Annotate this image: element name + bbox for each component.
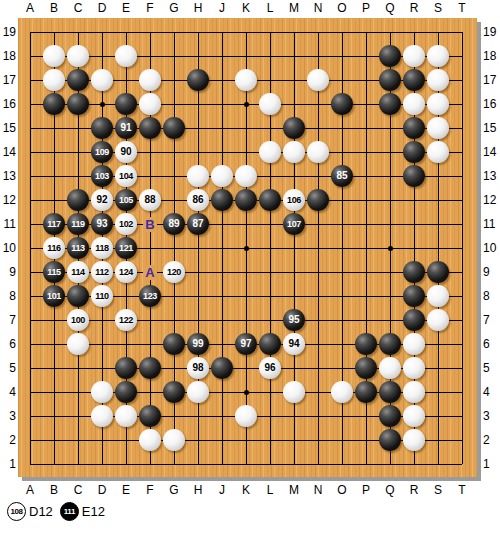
intersection-C8[interactable] bbox=[66, 284, 90, 308]
intersection-P12[interactable] bbox=[354, 188, 378, 212]
intersection-C2[interactable] bbox=[66, 428, 90, 452]
intersection-N15[interactable] bbox=[306, 116, 330, 140]
intersection-F2[interactable] bbox=[138, 428, 162, 452]
intersection-S16[interactable] bbox=[426, 92, 450, 116]
intersection-T7[interactable] bbox=[450, 308, 474, 332]
intersection-T16[interactable] bbox=[450, 92, 474, 116]
intersection-F18[interactable] bbox=[138, 44, 162, 68]
intersection-B11[interactable] bbox=[42, 212, 66, 236]
intersection-E18[interactable] bbox=[114, 44, 138, 68]
intersection-D17[interactable] bbox=[90, 68, 114, 92]
intersection-Q13[interactable] bbox=[378, 164, 402, 188]
intersection-G5[interactable] bbox=[162, 356, 186, 380]
intersection-R18[interactable] bbox=[402, 44, 426, 68]
intersection-K19[interactable] bbox=[234, 20, 258, 44]
intersection-P18[interactable] bbox=[354, 44, 378, 68]
intersection-F3[interactable] bbox=[138, 404, 162, 428]
intersection-T15[interactable] bbox=[450, 116, 474, 140]
intersection-Q4[interactable] bbox=[378, 380, 402, 404]
intersection-N17[interactable] bbox=[306, 68, 330, 92]
intersection-K13[interactable] bbox=[234, 164, 258, 188]
intersection-L8[interactable] bbox=[258, 284, 282, 308]
intersection-J6[interactable] bbox=[210, 332, 234, 356]
intersection-Q1[interactable] bbox=[378, 452, 402, 476]
intersection-M2[interactable] bbox=[282, 428, 306, 452]
intersection-C18[interactable] bbox=[66, 44, 90, 68]
intersection-F6[interactable] bbox=[138, 332, 162, 356]
intersection-N11[interactable] bbox=[306, 212, 330, 236]
intersection-T2[interactable] bbox=[450, 428, 474, 452]
intersection-M18[interactable] bbox=[282, 44, 306, 68]
intersection-Q9[interactable] bbox=[378, 260, 402, 284]
intersection-J5[interactable] bbox=[210, 356, 234, 380]
intersection-S4[interactable] bbox=[426, 380, 450, 404]
intersection-C15[interactable] bbox=[66, 116, 90, 140]
intersection-M8[interactable] bbox=[282, 284, 306, 308]
intersection-O5[interactable] bbox=[330, 356, 354, 380]
intersection-J12[interactable] bbox=[210, 188, 234, 212]
intersection-J3[interactable] bbox=[210, 404, 234, 428]
intersection-T6[interactable] bbox=[450, 332, 474, 356]
intersection-K12[interactable] bbox=[234, 188, 258, 212]
intersection-Q17[interactable] bbox=[378, 68, 402, 92]
intersection-F17[interactable] bbox=[138, 68, 162, 92]
intersection-C1[interactable] bbox=[66, 452, 90, 476]
intersection-A18[interactable] bbox=[18, 44, 42, 68]
intersection-R7[interactable] bbox=[402, 308, 426, 332]
intersection-O14[interactable] bbox=[330, 140, 354, 164]
intersection-E19[interactable] bbox=[114, 20, 138, 44]
intersection-T9[interactable] bbox=[450, 260, 474, 284]
intersection-F9[interactable] bbox=[138, 260, 162, 284]
intersection-D1[interactable] bbox=[90, 452, 114, 476]
intersection-H17[interactable] bbox=[186, 68, 210, 92]
intersection-P11[interactable] bbox=[354, 212, 378, 236]
intersection-O3[interactable] bbox=[330, 404, 354, 428]
intersection-R3[interactable] bbox=[402, 404, 426, 428]
intersection-P15[interactable] bbox=[354, 116, 378, 140]
intersection-J13[interactable] bbox=[210, 164, 234, 188]
intersection-K6[interactable] bbox=[234, 332, 258, 356]
intersection-G16[interactable] bbox=[162, 92, 186, 116]
intersection-J7[interactable] bbox=[210, 308, 234, 332]
intersection-S8[interactable] bbox=[426, 284, 450, 308]
intersection-L11[interactable] bbox=[258, 212, 282, 236]
intersection-H1[interactable] bbox=[186, 452, 210, 476]
intersection-C11[interactable] bbox=[66, 212, 90, 236]
intersection-E12[interactable] bbox=[114, 188, 138, 212]
intersection-N7[interactable] bbox=[306, 308, 330, 332]
intersection-A16[interactable] bbox=[18, 92, 42, 116]
intersection-O4[interactable] bbox=[330, 380, 354, 404]
intersection-A8[interactable] bbox=[18, 284, 42, 308]
intersection-J19[interactable] bbox=[210, 20, 234, 44]
intersection-E5[interactable] bbox=[114, 356, 138, 380]
intersection-N14[interactable] bbox=[306, 140, 330, 164]
intersection-L6[interactable] bbox=[258, 332, 282, 356]
intersection-T10[interactable] bbox=[450, 236, 474, 260]
intersection-H16[interactable] bbox=[186, 92, 210, 116]
intersection-D10[interactable] bbox=[90, 236, 114, 260]
intersection-F15[interactable] bbox=[138, 116, 162, 140]
intersection-T12[interactable] bbox=[450, 188, 474, 212]
intersection-D9[interactable] bbox=[90, 260, 114, 284]
intersection-S18[interactable] bbox=[426, 44, 450, 68]
intersection-J2[interactable] bbox=[210, 428, 234, 452]
intersection-M19[interactable] bbox=[282, 20, 306, 44]
intersection-A2[interactable] bbox=[18, 428, 42, 452]
intersection-D4[interactable] bbox=[90, 380, 114, 404]
intersection-D8[interactable] bbox=[90, 284, 114, 308]
intersection-P17[interactable] bbox=[354, 68, 378, 92]
intersection-H11[interactable] bbox=[186, 212, 210, 236]
intersection-F4[interactable] bbox=[138, 380, 162, 404]
intersection-G7[interactable] bbox=[162, 308, 186, 332]
intersection-T5[interactable] bbox=[450, 356, 474, 380]
intersection-S17[interactable] bbox=[426, 68, 450, 92]
intersection-K2[interactable] bbox=[234, 428, 258, 452]
intersection-C5[interactable] bbox=[66, 356, 90, 380]
intersection-O6[interactable] bbox=[330, 332, 354, 356]
intersection-A15[interactable] bbox=[18, 116, 42, 140]
intersection-E2[interactable] bbox=[114, 428, 138, 452]
intersection-S15[interactable] bbox=[426, 116, 450, 140]
intersection-K18[interactable] bbox=[234, 44, 258, 68]
intersection-H15[interactable] bbox=[186, 116, 210, 140]
intersection-Q7[interactable] bbox=[378, 308, 402, 332]
intersection-E9[interactable] bbox=[114, 260, 138, 284]
intersection-C17[interactable] bbox=[66, 68, 90, 92]
intersection-L19[interactable] bbox=[258, 20, 282, 44]
intersection-A3[interactable] bbox=[18, 404, 42, 428]
intersection-O9[interactable] bbox=[330, 260, 354, 284]
intersection-B4[interactable] bbox=[42, 380, 66, 404]
intersection-R12[interactable] bbox=[402, 188, 426, 212]
intersection-O12[interactable] bbox=[330, 188, 354, 212]
intersection-B1[interactable] bbox=[42, 452, 66, 476]
intersection-F1[interactable] bbox=[138, 452, 162, 476]
intersection-O1[interactable] bbox=[330, 452, 354, 476]
intersection-R4[interactable] bbox=[402, 380, 426, 404]
intersection-T4[interactable] bbox=[450, 380, 474, 404]
intersection-L9[interactable] bbox=[258, 260, 282, 284]
intersection-H5[interactable] bbox=[186, 356, 210, 380]
intersection-K17[interactable] bbox=[234, 68, 258, 92]
intersection-R14[interactable] bbox=[402, 140, 426, 164]
intersection-M13[interactable] bbox=[282, 164, 306, 188]
intersection-K9[interactable] bbox=[234, 260, 258, 284]
intersection-A19[interactable] bbox=[18, 20, 42, 44]
intersection-L1[interactable] bbox=[258, 452, 282, 476]
intersection-N2[interactable] bbox=[306, 428, 330, 452]
intersection-M5[interactable] bbox=[282, 356, 306, 380]
intersection-B14[interactable] bbox=[42, 140, 66, 164]
intersection-Q15[interactable] bbox=[378, 116, 402, 140]
intersection-J14[interactable] bbox=[210, 140, 234, 164]
intersection-P16[interactable] bbox=[354, 92, 378, 116]
intersection-O15[interactable] bbox=[330, 116, 354, 140]
intersection-P7[interactable] bbox=[354, 308, 378, 332]
intersection-S13[interactable] bbox=[426, 164, 450, 188]
intersection-T3[interactable] bbox=[450, 404, 474, 428]
intersection-K3[interactable] bbox=[234, 404, 258, 428]
intersection-B9[interactable] bbox=[42, 260, 66, 284]
intersection-L14[interactable] bbox=[258, 140, 282, 164]
intersection-S6[interactable] bbox=[426, 332, 450, 356]
intersection-T11[interactable] bbox=[450, 212, 474, 236]
intersection-D15[interactable] bbox=[90, 116, 114, 140]
intersection-K16[interactable] bbox=[234, 92, 258, 116]
intersection-J9[interactable] bbox=[210, 260, 234, 284]
intersection-J18[interactable] bbox=[210, 44, 234, 68]
intersection-T17[interactable] bbox=[450, 68, 474, 92]
intersection-C19[interactable] bbox=[66, 20, 90, 44]
intersection-M9[interactable] bbox=[282, 260, 306, 284]
intersection-A4[interactable] bbox=[18, 380, 42, 404]
intersection-A9[interactable] bbox=[18, 260, 42, 284]
intersection-R9[interactable] bbox=[402, 260, 426, 284]
intersection-M16[interactable] bbox=[282, 92, 306, 116]
intersection-D6[interactable] bbox=[90, 332, 114, 356]
intersection-H7[interactable] bbox=[186, 308, 210, 332]
intersection-M7[interactable] bbox=[282, 308, 306, 332]
intersection-G1[interactable] bbox=[162, 452, 186, 476]
intersection-L17[interactable] bbox=[258, 68, 282, 92]
intersection-H3[interactable] bbox=[186, 404, 210, 428]
intersection-P14[interactable] bbox=[354, 140, 378, 164]
intersection-L7[interactable] bbox=[258, 308, 282, 332]
intersection-P3[interactable] bbox=[354, 404, 378, 428]
intersection-R6[interactable] bbox=[402, 332, 426, 356]
intersection-Q10[interactable] bbox=[378, 236, 402, 260]
intersection-P5[interactable] bbox=[354, 356, 378, 380]
intersection-F14[interactable] bbox=[138, 140, 162, 164]
intersection-T18[interactable] bbox=[450, 44, 474, 68]
intersection-H8[interactable] bbox=[186, 284, 210, 308]
intersection-H4[interactable] bbox=[186, 380, 210, 404]
intersection-E4[interactable] bbox=[114, 380, 138, 404]
intersection-J11[interactable] bbox=[210, 212, 234, 236]
intersection-D19[interactable] bbox=[90, 20, 114, 44]
intersection-B10[interactable] bbox=[42, 236, 66, 260]
intersection-E3[interactable] bbox=[114, 404, 138, 428]
intersection-N1[interactable] bbox=[306, 452, 330, 476]
intersection-O10[interactable] bbox=[330, 236, 354, 260]
intersection-A11[interactable] bbox=[18, 212, 42, 236]
intersection-N16[interactable] bbox=[306, 92, 330, 116]
intersection-G12[interactable] bbox=[162, 188, 186, 212]
intersection-M6[interactable] bbox=[282, 332, 306, 356]
intersection-N4[interactable] bbox=[306, 380, 330, 404]
intersection-C12[interactable] bbox=[66, 188, 90, 212]
intersection-L3[interactable] bbox=[258, 404, 282, 428]
intersection-M4[interactable] bbox=[282, 380, 306, 404]
intersection-L13[interactable] bbox=[258, 164, 282, 188]
intersection-G14[interactable] bbox=[162, 140, 186, 164]
intersection-F11[interactable] bbox=[138, 212, 162, 236]
intersection-O18[interactable] bbox=[330, 44, 354, 68]
intersection-C10[interactable] bbox=[66, 236, 90, 260]
intersection-B16[interactable] bbox=[42, 92, 66, 116]
intersection-F16[interactable] bbox=[138, 92, 162, 116]
intersection-R5[interactable] bbox=[402, 356, 426, 380]
intersection-B17[interactable] bbox=[42, 68, 66, 92]
intersection-M10[interactable] bbox=[282, 236, 306, 260]
intersection-S2[interactable] bbox=[426, 428, 450, 452]
intersection-R17[interactable] bbox=[402, 68, 426, 92]
intersection-P6[interactable] bbox=[354, 332, 378, 356]
intersection-P2[interactable] bbox=[354, 428, 378, 452]
intersection-C3[interactable] bbox=[66, 404, 90, 428]
intersection-G18[interactable] bbox=[162, 44, 186, 68]
intersection-R10[interactable] bbox=[402, 236, 426, 260]
intersection-H2[interactable] bbox=[186, 428, 210, 452]
intersection-L5[interactable] bbox=[258, 356, 282, 380]
intersection-E16[interactable] bbox=[114, 92, 138, 116]
intersection-N13[interactable] bbox=[306, 164, 330, 188]
intersection-A14[interactable] bbox=[18, 140, 42, 164]
intersection-G10[interactable] bbox=[162, 236, 186, 260]
intersection-H12[interactable] bbox=[186, 188, 210, 212]
intersection-L18[interactable] bbox=[258, 44, 282, 68]
intersection-O2[interactable] bbox=[330, 428, 354, 452]
intersection-Q8[interactable] bbox=[378, 284, 402, 308]
intersection-M17[interactable] bbox=[282, 68, 306, 92]
intersection-P4[interactable] bbox=[354, 380, 378, 404]
intersection-P1[interactable] bbox=[354, 452, 378, 476]
intersection-N19[interactable] bbox=[306, 20, 330, 44]
intersection-O11[interactable] bbox=[330, 212, 354, 236]
intersection-G9[interactable] bbox=[162, 260, 186, 284]
intersection-D7[interactable] bbox=[90, 308, 114, 332]
intersection-H14[interactable] bbox=[186, 140, 210, 164]
intersection-R19[interactable] bbox=[402, 20, 426, 44]
intersection-A7[interactable] bbox=[18, 308, 42, 332]
intersection-R16[interactable] bbox=[402, 92, 426, 116]
intersection-M14[interactable] bbox=[282, 140, 306, 164]
intersection-A13[interactable] bbox=[18, 164, 42, 188]
intersection-G11[interactable] bbox=[162, 212, 186, 236]
intersection-A5[interactable] bbox=[18, 356, 42, 380]
intersection-E13[interactable] bbox=[114, 164, 138, 188]
intersection-S11[interactable] bbox=[426, 212, 450, 236]
intersection-H6[interactable] bbox=[186, 332, 210, 356]
intersection-F5[interactable] bbox=[138, 356, 162, 380]
intersection-A17[interactable] bbox=[18, 68, 42, 92]
intersection-P8[interactable] bbox=[354, 284, 378, 308]
intersection-B8[interactable] bbox=[42, 284, 66, 308]
intersection-F12[interactable] bbox=[138, 188, 162, 212]
intersection-C6[interactable] bbox=[66, 332, 90, 356]
intersection-F7[interactable] bbox=[138, 308, 162, 332]
intersection-D14[interactable] bbox=[90, 140, 114, 164]
intersection-O17[interactable] bbox=[330, 68, 354, 92]
intersection-D2[interactable] bbox=[90, 428, 114, 452]
intersection-K1[interactable] bbox=[234, 452, 258, 476]
intersection-L12[interactable] bbox=[258, 188, 282, 212]
intersection-N12[interactable] bbox=[306, 188, 330, 212]
intersection-J8[interactable] bbox=[210, 284, 234, 308]
intersection-E11[interactable] bbox=[114, 212, 138, 236]
intersection-K14[interactable] bbox=[234, 140, 258, 164]
intersection-C7[interactable] bbox=[66, 308, 90, 332]
intersection-O13[interactable] bbox=[330, 164, 354, 188]
intersection-G19[interactable] bbox=[162, 20, 186, 44]
intersection-K7[interactable] bbox=[234, 308, 258, 332]
intersection-B2[interactable] bbox=[42, 428, 66, 452]
intersection-G6[interactable] bbox=[162, 332, 186, 356]
intersection-D5[interactable] bbox=[90, 356, 114, 380]
intersection-F8[interactable] bbox=[138, 284, 162, 308]
intersection-C16[interactable] bbox=[66, 92, 90, 116]
intersection-F10[interactable] bbox=[138, 236, 162, 260]
intersection-A6[interactable] bbox=[18, 332, 42, 356]
intersection-B5[interactable] bbox=[42, 356, 66, 380]
intersection-Q19[interactable] bbox=[378, 20, 402, 44]
intersection-S19[interactable] bbox=[426, 20, 450, 44]
intersection-B7[interactable] bbox=[42, 308, 66, 332]
intersection-B12[interactable] bbox=[42, 188, 66, 212]
intersection-N8[interactable] bbox=[306, 284, 330, 308]
intersection-Q16[interactable] bbox=[378, 92, 402, 116]
intersection-D3[interactable] bbox=[90, 404, 114, 428]
intersection-R11[interactable] bbox=[402, 212, 426, 236]
intersection-K15[interactable] bbox=[234, 116, 258, 140]
intersection-R2[interactable] bbox=[402, 428, 426, 452]
intersection-M11[interactable] bbox=[282, 212, 306, 236]
intersection-Q3[interactable] bbox=[378, 404, 402, 428]
intersection-D13[interactable] bbox=[90, 164, 114, 188]
intersection-S5[interactable] bbox=[426, 356, 450, 380]
intersection-Q2[interactable] bbox=[378, 428, 402, 452]
intersection-A12[interactable] bbox=[18, 188, 42, 212]
intersection-J17[interactable] bbox=[210, 68, 234, 92]
intersection-M1[interactable] bbox=[282, 452, 306, 476]
intersection-G13[interactable] bbox=[162, 164, 186, 188]
intersection-A10[interactable] bbox=[18, 236, 42, 260]
intersection-O7[interactable] bbox=[330, 308, 354, 332]
intersection-N3[interactable] bbox=[306, 404, 330, 428]
intersection-H10[interactable] bbox=[186, 236, 210, 260]
intersection-H13[interactable] bbox=[186, 164, 210, 188]
intersection-J10[interactable] bbox=[210, 236, 234, 260]
intersection-N10[interactable] bbox=[306, 236, 330, 260]
intersection-P10[interactable] bbox=[354, 236, 378, 260]
intersection-B19[interactable] bbox=[42, 20, 66, 44]
intersection-H9[interactable] bbox=[186, 260, 210, 284]
intersection-P13[interactable] bbox=[354, 164, 378, 188]
intersection-M3[interactable] bbox=[282, 404, 306, 428]
intersection-E6[interactable] bbox=[114, 332, 138, 356]
intersection-J16[interactable] bbox=[210, 92, 234, 116]
intersection-G15[interactable] bbox=[162, 116, 186, 140]
intersection-B15[interactable] bbox=[42, 116, 66, 140]
intersection-R13[interactable] bbox=[402, 164, 426, 188]
intersection-O8[interactable] bbox=[330, 284, 354, 308]
intersection-Q11[interactable] bbox=[378, 212, 402, 236]
intersection-R15[interactable] bbox=[402, 116, 426, 140]
intersection-S14[interactable] bbox=[426, 140, 450, 164]
intersection-L10[interactable] bbox=[258, 236, 282, 260]
intersection-E14[interactable] bbox=[114, 140, 138, 164]
intersection-L16[interactable] bbox=[258, 92, 282, 116]
intersection-N6[interactable] bbox=[306, 332, 330, 356]
intersection-S7[interactable] bbox=[426, 308, 450, 332]
intersection-G4[interactable] bbox=[162, 380, 186, 404]
intersection-R8[interactable] bbox=[402, 284, 426, 308]
intersection-H18[interactable] bbox=[186, 44, 210, 68]
intersection-O19[interactable] bbox=[330, 20, 354, 44]
